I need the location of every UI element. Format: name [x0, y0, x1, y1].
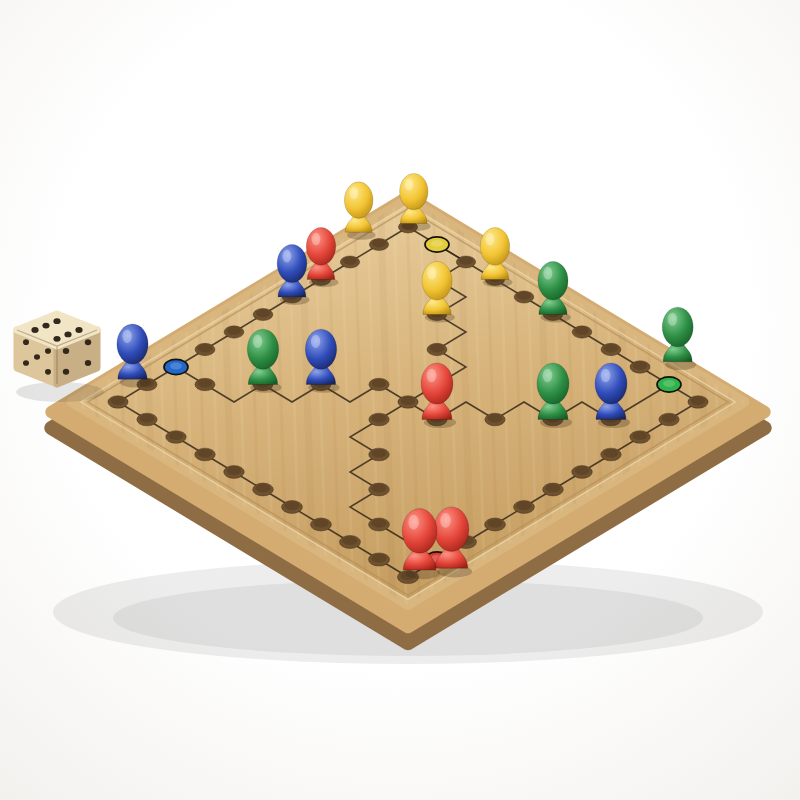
peg-head — [305, 329, 336, 369]
peg-highlight — [311, 335, 320, 348]
peg-highlight — [486, 233, 495, 245]
track-hole-shadow — [604, 449, 619, 458]
track-hole-shadow — [371, 519, 386, 528]
die-pip-top — [75, 327, 82, 333]
peg-head — [402, 509, 437, 554]
peg-highlight — [408, 515, 418, 530]
track-hole-shadow — [343, 257, 357, 265]
wooden-die[interactable] — [16, 314, 104, 402]
peg-highlight — [253, 335, 262, 348]
peg-head — [537, 363, 569, 404]
track-hole-shadow — [372, 484, 387, 493]
track-hole-shadow — [516, 501, 531, 510]
ludo-board-scene — [0, 0, 800, 800]
peg-highlight — [668, 313, 677, 326]
peg-highlight — [350, 187, 359, 199]
die-pip-right — [63, 348, 69, 354]
peg-highlight — [427, 267, 436, 280]
die-pip-top — [31, 327, 38, 333]
die-pip-top — [53, 336, 60, 342]
peg-highlight — [312, 233, 321, 245]
peg-head — [480, 228, 509, 266]
peg-head — [421, 363, 453, 404]
track-hole-shadow — [662, 414, 677, 423]
track-hole-shadow — [517, 292, 531, 300]
track-hole-shadow — [198, 449, 213, 458]
peg-head — [117, 324, 148, 364]
start-circle-sheen — [663, 380, 675, 387]
track-hole-shadow — [401, 396, 416, 404]
track-hole-shadow — [372, 239, 386, 247]
track-hole-shadow — [633, 361, 647, 369]
peg-yellow-1[interactable] — [344, 182, 375, 240]
peg-green-1[interactable] — [662, 307, 696, 370]
peg-head — [277, 245, 307, 283]
die-pip-right — [63, 369, 69, 375]
track-hole-shadow — [575, 327, 589, 335]
die-pip-left — [23, 339, 29, 345]
die-pip-left — [34, 354, 40, 360]
track-hole-shadow — [488, 414, 503, 423]
track-hole-shadow — [372, 449, 387, 458]
track-hole-shadow — [604, 344, 618, 352]
scene — [0, 0, 800, 800]
peg-highlight — [405, 178, 414, 190]
track-hole-shadow — [372, 414, 387, 423]
track-hole-shadow — [198, 344, 212, 352]
track-hole-shadow — [430, 344, 444, 352]
track-hole-shadow — [198, 379, 212, 387]
peg-highlight — [601, 369, 611, 383]
track-hole-shadow — [256, 309, 270, 317]
die-pip-right — [85, 339, 91, 345]
track-hole-shadow — [140, 414, 155, 423]
peg-highlight — [122, 330, 131, 343]
peg-head — [344, 182, 373, 219]
die-pip-left — [45, 348, 51, 354]
peg-head — [247, 329, 278, 369]
die-area — [16, 314, 104, 402]
die-pip-right — [85, 360, 91, 366]
peg-highlight — [543, 267, 552, 280]
peg-highlight — [543, 369, 553, 383]
peg-head — [434, 507, 469, 552]
peg-highlight — [440, 513, 450, 528]
track-hole-shadow — [633, 431, 648, 440]
track-hole-shadow — [111, 396, 126, 404]
die-pip-top — [53, 318, 60, 324]
peg-head — [400, 173, 428, 209]
track-hole-shadow — [575, 466, 590, 475]
peg-highlight — [427, 369, 437, 383]
peg-head — [306, 228, 335, 266]
peg-head — [538, 261, 568, 300]
track-hole-shadow — [546, 484, 561, 493]
die-pip-left — [45, 369, 51, 375]
peg-head — [422, 261, 452, 300]
die-pip-top — [42, 323, 49, 329]
track-hole-shadow — [691, 396, 706, 404]
die-pip-left — [23, 360, 29, 366]
peg-highlight — [282, 250, 291, 263]
track-hole-shadow — [371, 554, 386, 563]
die-pip-top — [64, 332, 71, 338]
start-circle-sheen — [170, 363, 182, 370]
track-hole-shadow — [372, 379, 386, 387]
track-hole-shadow — [459, 257, 473, 265]
track-hole-shadow — [256, 484, 271, 493]
track-hole-shadow — [342, 536, 357, 545]
track-hole-shadow — [284, 501, 299, 510]
track-hole-shadow — [313, 519, 328, 528]
peg-head — [595, 363, 627, 404]
peg-head — [662, 307, 693, 347]
track-hole-shadow — [227, 466, 242, 475]
track-hole-shadow — [487, 519, 502, 528]
track-hole-shadow — [227, 327, 241, 335]
track-hole-shadow — [169, 431, 184, 440]
start-circle-sheen — [431, 240, 443, 247]
